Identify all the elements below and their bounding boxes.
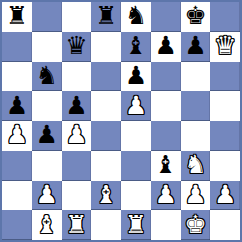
square-e1[interactable]: ♜ <box>121 210 151 240</box>
square-a7[interactable] <box>2 32 32 62</box>
piece-black-rook[interactable]: ♜ <box>6 3 28 28</box>
piece-white-knight[interactable]: ♞ <box>184 152 206 177</box>
square-a3[interactable] <box>2 151 32 181</box>
square-d8[interactable]: ♜ <box>91 2 121 32</box>
square-f5[interactable] <box>151 91 181 121</box>
piece-black-pawn[interactable]: ♟ <box>184 33 206 58</box>
square-e4[interactable] <box>121 121 151 151</box>
piece-black-bishop[interactable]: ♝ <box>125 33 147 58</box>
square-h6[interactable] <box>210 62 240 92</box>
square-c2[interactable] <box>62 181 92 211</box>
piece-white-pawn[interactable]: ♟ <box>125 93 147 118</box>
square-g8[interactable]: ♚ <box>181 2 211 32</box>
square-b2[interactable]: ♟ <box>32 181 62 211</box>
square-h8[interactable] <box>210 2 240 32</box>
square-g7[interactable]: ♟ <box>181 32 211 62</box>
square-h5[interactable] <box>210 91 240 121</box>
square-c7[interactable]: ♛ <box>62 32 92 62</box>
square-h1[interactable] <box>210 210 240 240</box>
square-f7[interactable]: ♟ <box>151 32 181 62</box>
piece-white-rook[interactable]: ♜ <box>125 212 147 237</box>
square-a8[interactable]: ♜ <box>2 2 32 32</box>
piece-white-pawn[interactable]: ♟ <box>184 182 206 207</box>
square-f4[interactable] <box>151 121 181 151</box>
square-a4[interactable]: ♟ <box>2 121 32 151</box>
piece-white-bishop[interactable]: ♝ <box>35 212 57 237</box>
piece-black-pawn[interactable]: ♟ <box>154 33 176 58</box>
square-b8[interactable] <box>32 2 62 32</box>
piece-black-pawn[interactable]: ♟ <box>35 122 57 147</box>
square-e2[interactable] <box>121 181 151 211</box>
piece-white-pawn[interactable]: ♟ <box>35 182 57 207</box>
square-f3[interactable]: ♝ <box>151 151 181 181</box>
square-e7[interactable]: ♝ <box>121 32 151 62</box>
square-e6[interactable]: ♟ <box>121 62 151 92</box>
square-a2[interactable] <box>2 181 32 211</box>
piece-white-pawn[interactable]: ♟ <box>214 182 236 207</box>
square-d5[interactable] <box>91 91 121 121</box>
piece-black-knight[interactable]: ♞ <box>35 63 57 88</box>
square-b1[interactable]: ♝ <box>32 210 62 240</box>
square-b6[interactable]: ♞ <box>32 62 62 92</box>
square-c1[interactable]: ♜ <box>62 210 92 240</box>
square-a1[interactable] <box>2 210 32 240</box>
chess-board-container: ♜♜♞♚♛♝♟♟♛♞♟♟♟♟♟♟♟♝♞♟♝♟♟♟♝♜♜♚ <box>0 0 242 242</box>
square-c4[interactable]: ♟ <box>62 121 92 151</box>
square-d1[interactable] <box>91 210 121 240</box>
square-e8[interactable]: ♞ <box>121 2 151 32</box>
piece-black-queen[interactable]: ♛ <box>65 33 87 58</box>
square-g2[interactable]: ♟ <box>181 181 211 211</box>
square-b3[interactable] <box>32 151 62 181</box>
piece-white-bishop[interactable]: ♝ <box>95 182 117 207</box>
piece-black-pawn[interactable]: ♟ <box>6 93 28 118</box>
square-b5[interactable] <box>32 91 62 121</box>
square-g1[interactable]: ♚ <box>181 210 211 240</box>
square-g5[interactable] <box>181 91 211 121</box>
chess-board: ♜♜♞♚♛♝♟♟♛♞♟♟♟♟♟♟♟♝♞♟♝♟♟♟♝♜♜♚ <box>0 0 242 242</box>
square-a6[interactable] <box>2 62 32 92</box>
square-c5[interactable]: ♟ <box>62 91 92 121</box>
square-a5[interactable]: ♟ <box>2 91 32 121</box>
piece-black-bishop[interactable]: ♝ <box>154 152 176 177</box>
square-e5[interactable]: ♟ <box>121 91 151 121</box>
square-h2[interactable]: ♟ <box>210 181 240 211</box>
square-c8[interactable] <box>62 2 92 32</box>
piece-white-rook[interactable]: ♜ <box>65 212 87 237</box>
square-h3[interactable] <box>210 151 240 181</box>
piece-black-king[interactable]: ♚ <box>184 3 206 28</box>
square-d6[interactable] <box>91 62 121 92</box>
piece-white-king[interactable]: ♚ <box>184 212 206 237</box>
square-b7[interactable] <box>32 32 62 62</box>
piece-black-pawn[interactable]: ♟ <box>65 93 87 118</box>
square-b4[interactable]: ♟ <box>32 121 62 151</box>
piece-black-pawn[interactable]: ♟ <box>125 63 147 88</box>
square-c6[interactable] <box>62 62 92 92</box>
square-h7[interactable]: ♛ <box>210 32 240 62</box>
square-e3[interactable] <box>121 151 151 181</box>
square-f2[interactable]: ♟ <box>151 181 181 211</box>
square-d2[interactable]: ♝ <box>91 181 121 211</box>
square-f6[interactable] <box>151 62 181 92</box>
square-d3[interactable] <box>91 151 121 181</box>
square-g4[interactable] <box>181 121 211 151</box>
piece-black-rook[interactable]: ♜ <box>95 3 117 28</box>
square-f1[interactable] <box>151 210 181 240</box>
piece-white-queen[interactable]: ♛ <box>214 33 236 58</box>
square-g6[interactable] <box>181 62 211 92</box>
piece-white-pawn[interactable]: ♟ <box>154 182 176 207</box>
piece-white-pawn[interactable]: ♟ <box>65 122 87 147</box>
square-g3[interactable]: ♞ <box>181 151 211 181</box>
square-d7[interactable] <box>91 32 121 62</box>
square-c3[interactable] <box>62 151 92 181</box>
square-d4[interactable] <box>91 121 121 151</box>
piece-black-knight[interactable]: ♞ <box>125 3 147 28</box>
square-h4[interactable] <box>210 121 240 151</box>
square-f8[interactable] <box>151 2 181 32</box>
piece-white-pawn[interactable]: ♟ <box>6 122 28 147</box>
